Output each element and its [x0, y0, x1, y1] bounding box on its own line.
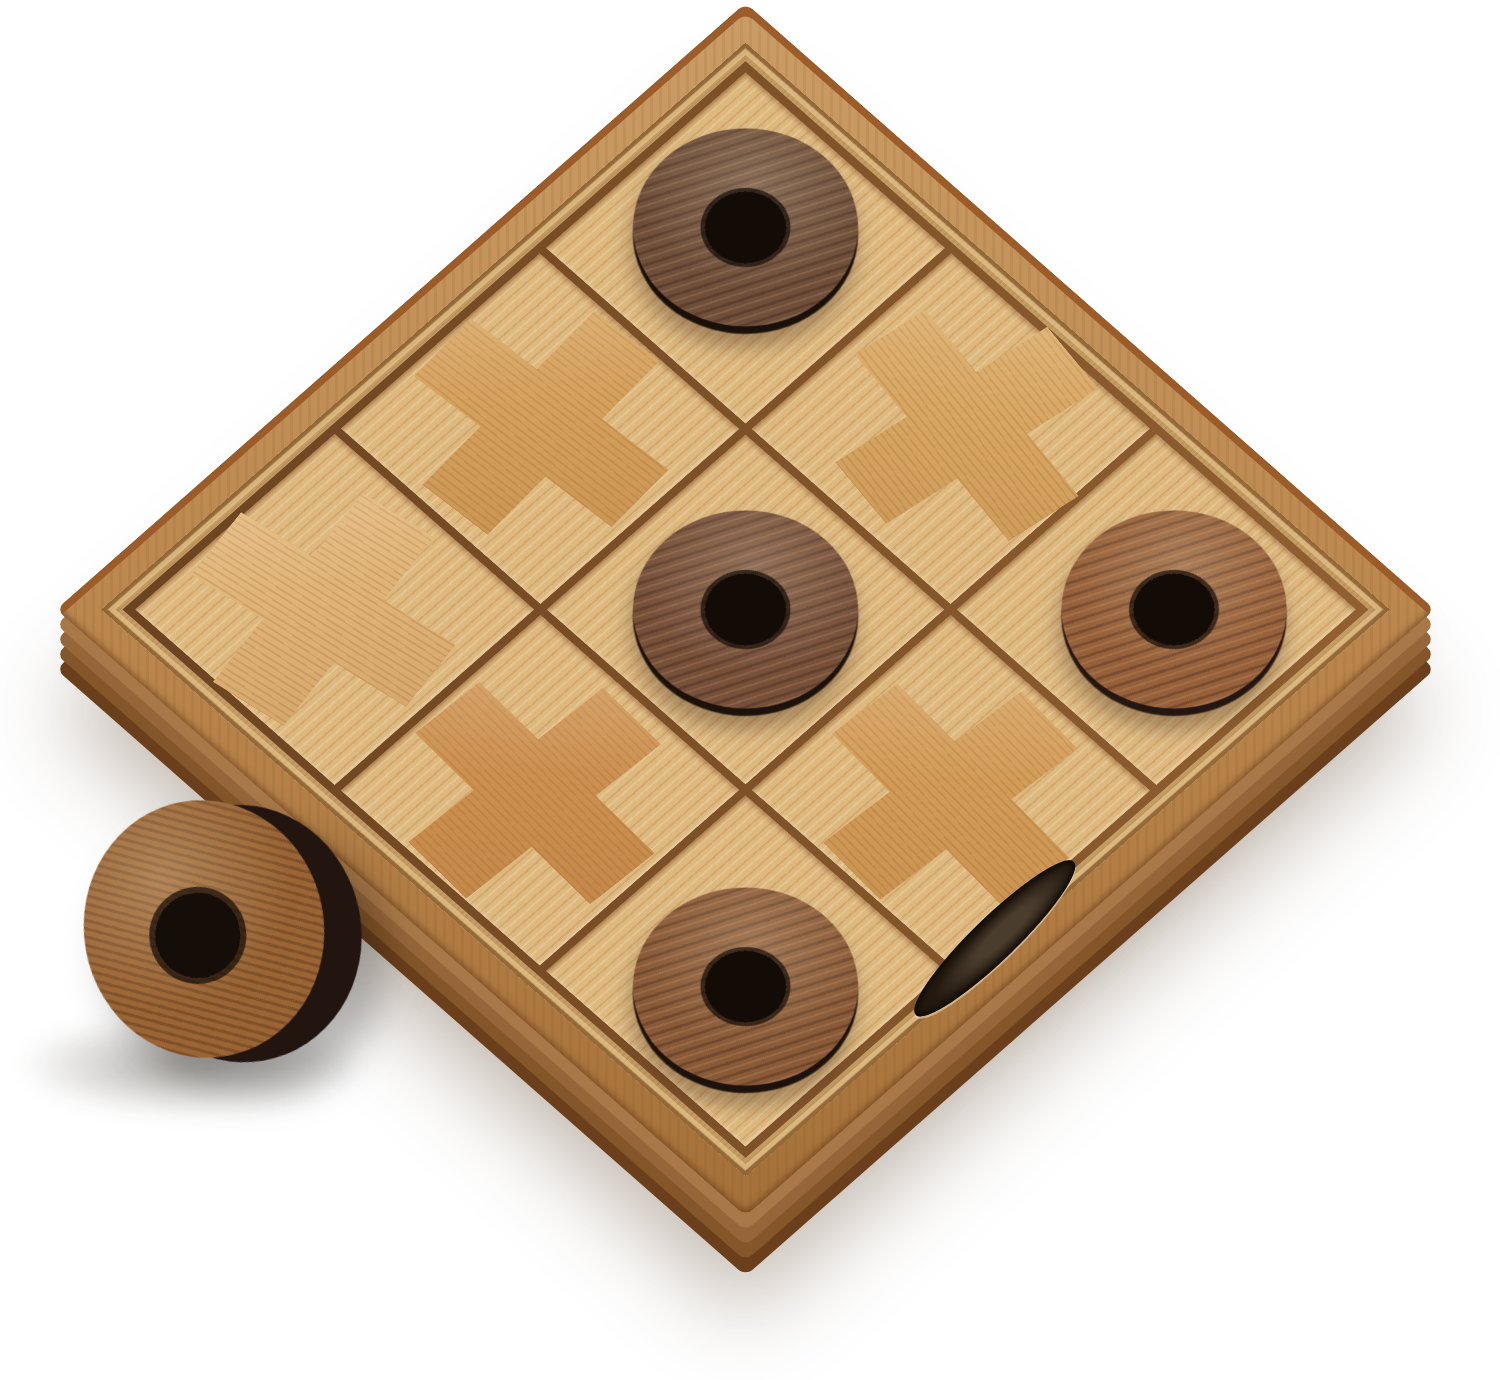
o-piece[interactable] — [586, 88, 905, 368]
o-piece[interactable] — [586, 846, 905, 1126]
product-photo-scene — [0, 0, 1500, 1380]
o-piece[interactable] — [1014, 469, 1333, 749]
